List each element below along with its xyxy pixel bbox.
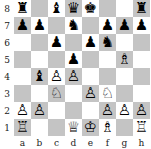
- square-g8[interactable]: [116, 0, 133, 17]
- square-h5[interactable]: [133, 51, 150, 68]
- square-f3[interactable]: ♘: [99, 85, 116, 102]
- square-g5[interactable]: ♗: [116, 51, 133, 68]
- square-d2[interactable]: [65, 102, 82, 119]
- black-queen: ♛: [67, 0, 80, 17]
- square-d1[interactable]: ♕: [65, 119, 82, 136]
- square-f4[interactable]: [99, 68, 116, 85]
- square-f1[interactable]: ♗: [99, 119, 116, 136]
- white-queen: ♕: [67, 119, 80, 136]
- white-pawn: ♙: [16, 102, 29, 119]
- square-e6[interactable]: ♟: [82, 34, 99, 51]
- black-pawn: ♟: [135, 17, 148, 34]
- white-pawn: ♙: [67, 68, 80, 85]
- rank-label-8: 8: [0, 0, 14, 17]
- square-c5[interactable]: [48, 51, 65, 68]
- black-pawn: ♟: [33, 17, 46, 34]
- square-d6[interactable]: [65, 34, 82, 51]
- chess-board: 8♜♝♛♚♜7♟♟♞♟♟♟6♟♟♞5♟♗4♝♙♙3♘♙♘2♙♙♙♙♙1♖♕♔♗♖…: [0, 0, 151, 149]
- white-knight: ♘: [101, 85, 114, 102]
- square-d8[interactable]: ♛: [65, 0, 82, 17]
- square-c1[interactable]: [48, 119, 65, 136]
- square-a1[interactable]: ♖: [14, 119, 31, 136]
- square-a3[interactable]: [14, 85, 31, 102]
- square-b5[interactable]: [31, 51, 48, 68]
- black-rook: ♜: [16, 0, 29, 17]
- square-a5[interactable]: [14, 51, 31, 68]
- file-label-e: e: [82, 136, 99, 149]
- black-pawn: ♟: [67, 51, 80, 68]
- square-a7[interactable]: ♟: [14, 17, 31, 34]
- square-f8[interactable]: [99, 0, 116, 17]
- square-h4[interactable]: [133, 68, 150, 85]
- square-h3[interactable]: [133, 85, 150, 102]
- square-d5[interactable]: ♟: [65, 51, 82, 68]
- black-pawn: ♟: [50, 34, 63, 51]
- square-a6[interactable]: [14, 34, 31, 51]
- square-c3[interactable]: ♘: [48, 85, 65, 102]
- black-bishop: ♝: [50, 0, 63, 17]
- white-rook: ♖: [16, 119, 29, 136]
- square-f6[interactable]: ♞: [99, 34, 116, 51]
- square-c6[interactable]: ♟: [48, 34, 65, 51]
- rank-label-1: 1: [0, 119, 14, 136]
- white-pawn: ♙: [101, 102, 114, 119]
- black-knight: ♞: [67, 17, 80, 34]
- square-g4[interactable]: [116, 68, 133, 85]
- square-b6[interactable]: [31, 34, 48, 51]
- square-g1[interactable]: [116, 119, 133, 136]
- rank-label-2: 2: [0, 102, 14, 119]
- square-b4[interactable]: ♝: [31, 68, 48, 85]
- square-g2[interactable]: ♙: [116, 102, 133, 119]
- white-pawn: ♙: [50, 68, 63, 85]
- file-label-d: d: [65, 136, 82, 149]
- file-label-c: c: [48, 136, 65, 149]
- square-e7[interactable]: [82, 17, 99, 34]
- black-rook: ♜: [135, 0, 148, 17]
- file-label-a: a: [14, 136, 31, 149]
- square-h7[interactable]: ♟: [133, 17, 150, 34]
- square-d3[interactable]: [65, 85, 82, 102]
- square-e8[interactable]: ♚: [82, 0, 99, 17]
- square-e2[interactable]: [82, 102, 99, 119]
- square-c7[interactable]: [48, 17, 65, 34]
- square-b3[interactable]: [31, 85, 48, 102]
- square-h8[interactable]: ♜: [133, 0, 150, 17]
- file-label-g: g: [116, 136, 133, 149]
- white-rook: ♖: [135, 119, 148, 136]
- white-pawn: ♙: [135, 102, 148, 119]
- black-king: ♚: [84, 0, 97, 17]
- rank-label-5: 5: [0, 51, 14, 68]
- square-b8[interactable]: [31, 0, 48, 17]
- file-label-b: b: [31, 136, 48, 149]
- white-king: ♔: [84, 119, 97, 136]
- square-c2[interactable]: [48, 102, 65, 119]
- rank-label-6: 6: [0, 34, 14, 51]
- square-c4[interactable]: ♙: [48, 68, 65, 85]
- square-g7[interactable]: ♟: [116, 17, 133, 34]
- file-label-h: h: [133, 136, 150, 149]
- black-pawn: ♟: [84, 34, 97, 51]
- white-pawn: ♙: [84, 85, 97, 102]
- black-pawn: ♟: [118, 17, 131, 34]
- white-knight: ♘: [50, 85, 63, 102]
- square-a4[interactable]: [14, 68, 31, 85]
- black-pawn: ♟: [16, 17, 29, 34]
- square-e3[interactable]: ♙: [82, 85, 99, 102]
- square-d7[interactable]: ♞: [65, 17, 82, 34]
- square-c8[interactable]: ♝: [48, 0, 65, 17]
- white-pawn: ♙: [33, 102, 46, 119]
- rank-label-3: 3: [0, 85, 14, 102]
- white-bishop: ♗: [101, 119, 114, 136]
- white-bishop: ♗: [118, 51, 131, 68]
- white-pawn: ♙: [118, 102, 131, 119]
- square-f5[interactable]: [99, 51, 116, 68]
- square-b7[interactable]: ♟: [31, 17, 48, 34]
- rank-label-7: 7: [0, 17, 14, 34]
- black-knight: ♞: [101, 34, 114, 51]
- square-d4[interactable]: ♙: [65, 68, 82, 85]
- square-g6[interactable]: [116, 34, 133, 51]
- board-corner-spacer: [0, 136, 14, 149]
- black-pawn: ♟: [101, 17, 114, 34]
- square-b1[interactable]: [31, 119, 48, 136]
- square-b2[interactable]: ♙: [31, 102, 48, 119]
- square-e1[interactable]: ♔: [82, 119, 99, 136]
- black-bishop: ♝: [33, 68, 46, 85]
- square-a2[interactable]: ♙: [14, 102, 31, 119]
- rank-label-4: 4: [0, 68, 14, 85]
- chess-diagram: 8♜♝♛♚♜7♟♟♞♟♟♟6♟♟♞5♟♗4♝♙♙3♘♙♘2♙♙♙♙♙1♖♕♔♗♖…: [0, 0, 151, 149]
- file-label-f: f: [99, 136, 116, 149]
- square-h6[interactable]: [133, 34, 150, 51]
- square-f2[interactable]: ♙: [99, 102, 116, 119]
- square-h1[interactable]: ♖: [133, 119, 150, 136]
- square-g3[interactable]: [116, 85, 133, 102]
- square-h2[interactable]: ♙: [133, 102, 150, 119]
- square-a8[interactable]: ♜: [14, 0, 31, 17]
- square-e4[interactable]: [82, 68, 99, 85]
- square-e5[interactable]: [82, 51, 99, 68]
- square-f7[interactable]: ♟: [99, 17, 116, 34]
